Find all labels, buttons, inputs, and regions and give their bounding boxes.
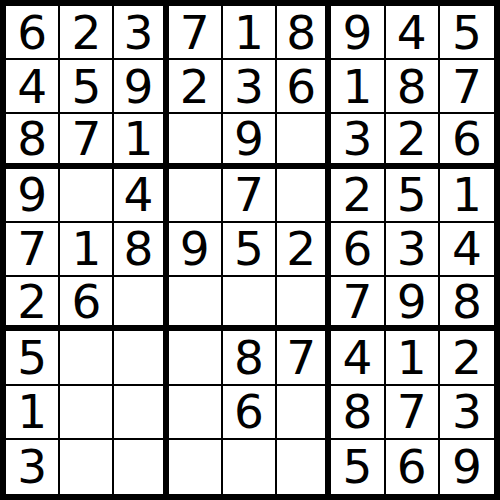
cell-r7c9[interactable]: 2 <box>440 331 494 385</box>
cell-r4c9[interactable]: 1 <box>440 169 494 223</box>
cell-r8c7[interactable]: 8 <box>331 386 385 440</box>
cell-r9c8[interactable]: 6 <box>386 440 440 494</box>
cell-r6c3[interactable] <box>114 277 168 331</box>
cell-r2c5[interactable]: 3 <box>223 60 277 114</box>
cell-r5c3[interactable]: 8 <box>114 223 168 277</box>
cell-r7c3[interactable] <box>114 331 168 385</box>
cell-r7c4[interactable] <box>169 331 223 385</box>
cell-r4c3[interactable]: 4 <box>114 169 168 223</box>
cell-r1c2[interactable]: 2 <box>60 6 114 60</box>
cell-r1c7[interactable]: 9 <box>331 6 385 60</box>
cell-r5c6[interactable]: 2 <box>277 223 331 277</box>
cell-r1c9[interactable]: 5 <box>440 6 494 60</box>
cell-r6c9[interactable]: 8 <box>440 277 494 331</box>
cell-r6c2[interactable]: 6 <box>60 277 114 331</box>
cell-r2c9[interactable]: 7 <box>440 60 494 114</box>
cell-r2c6[interactable]: 6 <box>277 60 331 114</box>
cell-r1c3[interactable]: 3 <box>114 6 168 60</box>
cell-r3c1[interactable]: 8 <box>6 114 60 168</box>
cell-r1c4[interactable]: 7 <box>169 6 223 60</box>
cell-r5c4[interactable]: 9 <box>169 223 223 277</box>
cell-r2c3[interactable]: 9 <box>114 60 168 114</box>
cell-r5c5[interactable]: 5 <box>223 223 277 277</box>
cell-r8c5[interactable]: 6 <box>223 386 277 440</box>
cell-r6c4[interactable] <box>169 277 223 331</box>
cell-r2c8[interactable]: 8 <box>386 60 440 114</box>
cell-r5c9[interactable]: 4 <box>440 223 494 277</box>
cell-r2c2[interactable]: 5 <box>60 60 114 114</box>
cell-r2c1[interactable]: 4 <box>6 60 60 114</box>
cell-r1c8[interactable]: 4 <box>386 6 440 60</box>
cell-r3c5[interactable]: 9 <box>223 114 277 168</box>
cell-r4c5[interactable]: 7 <box>223 169 277 223</box>
cell-r4c8[interactable]: 5 <box>386 169 440 223</box>
cell-r5c2[interactable]: 1 <box>60 223 114 277</box>
cell-r8c2[interactable] <box>60 386 114 440</box>
cell-r4c6[interactable] <box>277 169 331 223</box>
cell-r9c1[interactable]: 3 <box>6 440 60 494</box>
cell-r4c4[interactable] <box>169 169 223 223</box>
cell-r9c2[interactable] <box>60 440 114 494</box>
cell-r1c1[interactable]: 6 <box>6 6 60 60</box>
cell-r9c7[interactable]: 5 <box>331 440 385 494</box>
cell-r3c9[interactable]: 6 <box>440 114 494 168</box>
cell-r4c2[interactable] <box>60 169 114 223</box>
cell-r2c7[interactable]: 1 <box>331 60 385 114</box>
cell-r7c6[interactable]: 7 <box>277 331 331 385</box>
cell-r9c4[interactable] <box>169 440 223 494</box>
cell-r5c1[interactable]: 7 <box>6 223 60 277</box>
cell-r7c8[interactable]: 1 <box>386 331 440 385</box>
cell-r7c7[interactable]: 4 <box>331 331 385 385</box>
cell-r2c4[interactable]: 2 <box>169 60 223 114</box>
cell-r8c9[interactable]: 3 <box>440 386 494 440</box>
cell-r6c7[interactable]: 7 <box>331 277 385 331</box>
cell-r8c8[interactable]: 7 <box>386 386 440 440</box>
cell-r8c6[interactable] <box>277 386 331 440</box>
cell-r9c6[interactable] <box>277 440 331 494</box>
cell-r1c6[interactable]: 8 <box>277 6 331 60</box>
cell-r8c1[interactable]: 1 <box>6 386 60 440</box>
cell-r7c5[interactable]: 8 <box>223 331 277 385</box>
cell-r9c3[interactable] <box>114 440 168 494</box>
cell-r3c3[interactable]: 1 <box>114 114 168 168</box>
cell-r6c6[interactable] <box>277 277 331 331</box>
cell-r3c4[interactable] <box>169 114 223 168</box>
cell-r5c8[interactable]: 3 <box>386 223 440 277</box>
cell-r7c1[interactable]: 5 <box>6 331 60 385</box>
cell-r6c1[interactable]: 2 <box>6 277 60 331</box>
cell-r6c8[interactable]: 9 <box>386 277 440 331</box>
cell-r8c3[interactable] <box>114 386 168 440</box>
cell-r3c8[interactable]: 2 <box>386 114 440 168</box>
cell-r4c7[interactable]: 2 <box>331 169 385 223</box>
cell-r6c5[interactable] <box>223 277 277 331</box>
cell-r7c2[interactable] <box>60 331 114 385</box>
cell-r3c7[interactable]: 3 <box>331 114 385 168</box>
cell-r1c5[interactable]: 1 <box>223 6 277 60</box>
cell-r9c5[interactable] <box>223 440 277 494</box>
cell-r5c7[interactable]: 6 <box>331 223 385 277</box>
cell-r3c6[interactable] <box>277 114 331 168</box>
cell-r8c4[interactable] <box>169 386 223 440</box>
sudoku-board: 6237189454592361878719326947251718952634… <box>0 0 500 500</box>
cell-r9c9[interactable]: 9 <box>440 440 494 494</box>
cell-r3c2[interactable]: 7 <box>60 114 114 168</box>
cell-r4c1[interactable]: 9 <box>6 169 60 223</box>
